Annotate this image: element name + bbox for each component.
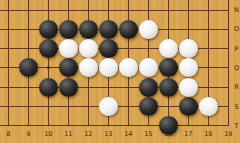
black-stone bbox=[99, 39, 118, 58]
white-stone bbox=[119, 58, 138, 77]
black-stone bbox=[19, 58, 38, 77]
black-stone bbox=[99, 20, 118, 39]
black-stone bbox=[39, 20, 58, 39]
black-stone bbox=[59, 58, 78, 77]
black-stone bbox=[59, 20, 78, 39]
white-stone bbox=[139, 20, 158, 39]
white-stone bbox=[79, 39, 98, 58]
black-stone bbox=[39, 39, 58, 58]
black-stone bbox=[39, 78, 58, 97]
white-stone bbox=[79, 58, 98, 77]
black-stone bbox=[179, 97, 198, 116]
white-stone bbox=[159, 39, 178, 58]
black-stone bbox=[79, 20, 98, 39]
white-stone bbox=[59, 39, 78, 58]
white-stone bbox=[199, 97, 218, 116]
go-board[interactable]: 8910111213141516171819NOPQRST bbox=[0, 0, 240, 143]
white-stone bbox=[179, 58, 198, 77]
stones-layer bbox=[0, 0, 238, 135]
black-stone bbox=[139, 97, 158, 116]
white-stone bbox=[99, 58, 118, 77]
black-stone bbox=[159, 116, 178, 135]
white-stone bbox=[99, 97, 118, 116]
white-stone bbox=[179, 78, 198, 97]
white-stone bbox=[179, 39, 198, 58]
black-stone bbox=[59, 78, 78, 97]
black-stone bbox=[119, 20, 138, 39]
black-stone bbox=[139, 78, 158, 97]
black-stone bbox=[159, 78, 178, 97]
white-stone bbox=[139, 58, 158, 77]
black-stone bbox=[159, 58, 178, 77]
